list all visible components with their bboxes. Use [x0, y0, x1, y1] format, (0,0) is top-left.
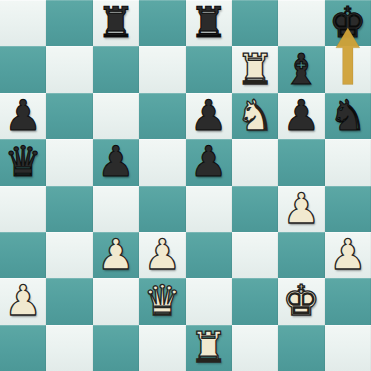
- square-a1[interactable]: [0, 325, 46, 371]
- square-b3[interactable]: [46, 232, 92, 278]
- square-d1[interactable]: [139, 325, 185, 371]
- square-h2[interactable]: [325, 278, 371, 324]
- square-c5[interactable]: ♟: [93, 139, 139, 185]
- square-f7[interactable]: ♜: [232, 46, 278, 92]
- square-f3[interactable]: [232, 232, 278, 278]
- piece-white-rook-f7[interactable]: ♜: [236, 47, 274, 93]
- piece-white-pawn-d3[interactable]: ♟: [143, 232, 181, 278]
- piece-black-pawn-c5[interactable]: ♟: [97, 139, 135, 185]
- piece-black-pawn-e6[interactable]: ♟: [190, 93, 228, 139]
- piece-white-queen-d2[interactable]: ♛: [143, 278, 181, 324]
- square-f6[interactable]: ♞: [232, 93, 278, 139]
- square-f2[interactable]: [232, 278, 278, 324]
- piece-white-knight-f6[interactable]: ♞: [236, 93, 274, 139]
- piece-white-pawn-a2[interactable]: ♟: [4, 278, 42, 324]
- square-g5[interactable]: [278, 139, 324, 185]
- square-h3[interactable]: ♟: [325, 232, 371, 278]
- piece-white-pawn-g4[interactable]: ♟: [283, 186, 321, 232]
- piece-black-king-h8[interactable]: ♚: [329, 0, 367, 46]
- square-c2[interactable]: [93, 278, 139, 324]
- square-d7[interactable]: [139, 46, 185, 92]
- square-e3[interactable]: [186, 232, 232, 278]
- square-g1[interactable]: [278, 325, 324, 371]
- square-c8[interactable]: ♜: [93, 0, 139, 46]
- square-h5[interactable]: [325, 139, 371, 185]
- square-b6[interactable]: [46, 93, 92, 139]
- square-a7[interactable]: [0, 46, 46, 92]
- square-e6[interactable]: ♟: [186, 93, 232, 139]
- piece-white-rook-e1[interactable]: ♜: [190, 325, 228, 371]
- square-b7[interactable]: [46, 46, 92, 92]
- square-b2[interactable]: [46, 278, 92, 324]
- square-d6[interactable]: [139, 93, 185, 139]
- square-h7[interactable]: [325, 46, 371, 92]
- square-e4[interactable]: [186, 186, 232, 232]
- square-f8[interactable]: [232, 0, 278, 46]
- square-b1[interactable]: [46, 325, 92, 371]
- square-a3[interactable]: [0, 232, 46, 278]
- square-f1[interactable]: [232, 325, 278, 371]
- square-e2[interactable]: [186, 278, 232, 324]
- square-d3[interactable]: ♟: [139, 232, 185, 278]
- square-d4[interactable]: [139, 186, 185, 232]
- square-g7[interactable]: ♝: [278, 46, 324, 92]
- square-h4[interactable]: [325, 186, 371, 232]
- chess-board: ♜♜♚♜♝♟♟♞♟♞♛♟♟♟♟♟♟♟♛♚♜: [0, 0, 371, 371]
- board-squares: ♜♜♚♜♝♟♟♞♟♞♛♟♟♟♟♟♟♟♛♚♜: [0, 0, 371, 371]
- square-b4[interactable]: [46, 186, 92, 232]
- square-f4[interactable]: [232, 186, 278, 232]
- square-e7[interactable]: [186, 46, 232, 92]
- square-h6[interactable]: ♞: [325, 93, 371, 139]
- square-c4[interactable]: [93, 186, 139, 232]
- piece-black-queen-a5[interactable]: ♛: [4, 139, 42, 185]
- square-e8[interactable]: ♜: [186, 0, 232, 46]
- piece-black-pawn-g6[interactable]: ♟: [283, 93, 321, 139]
- piece-black-bishop-g7[interactable]: ♝: [283, 47, 321, 93]
- square-h1[interactable]: [325, 325, 371, 371]
- square-a5[interactable]: ♛: [0, 139, 46, 185]
- square-b5[interactable]: [46, 139, 92, 185]
- square-a6[interactable]: ♟: [0, 93, 46, 139]
- square-e1[interactable]: ♜: [186, 325, 232, 371]
- square-f5[interactable]: [232, 139, 278, 185]
- piece-black-pawn-a6[interactable]: ♟: [4, 93, 42, 139]
- piece-white-king-g2[interactable]: ♚: [283, 278, 321, 324]
- square-a8[interactable]: [0, 0, 46, 46]
- square-g6[interactable]: ♟: [278, 93, 324, 139]
- square-c6[interactable]: [93, 93, 139, 139]
- square-g8[interactable]: [278, 0, 324, 46]
- square-g4[interactable]: ♟: [278, 186, 324, 232]
- square-h8[interactable]: ♚: [325, 0, 371, 46]
- square-a4[interactable]: [0, 186, 46, 232]
- piece-black-pawn-e5[interactable]: ♟: [190, 139, 228, 185]
- square-e5[interactable]: ♟: [186, 139, 232, 185]
- square-c1[interactable]: [93, 325, 139, 371]
- square-d5[interactable]: [139, 139, 185, 185]
- square-a2[interactable]: ♟: [0, 278, 46, 324]
- square-d2[interactable]: ♛: [139, 278, 185, 324]
- square-d8[interactable]: [139, 0, 185, 46]
- square-b8[interactable]: [46, 0, 92, 46]
- piece-black-rook-c8[interactable]: ♜: [97, 0, 135, 46]
- piece-black-rook-e8[interactable]: ♜: [190, 0, 228, 46]
- square-c7[interactable]: [93, 46, 139, 92]
- piece-white-pawn-c3[interactable]: ♟: [97, 232, 135, 278]
- square-g2[interactable]: ♚: [278, 278, 324, 324]
- square-c3[interactable]: ♟: [93, 232, 139, 278]
- square-g3[interactable]: [278, 232, 324, 278]
- piece-black-knight-h6[interactable]: ♞: [329, 93, 367, 139]
- piece-white-pawn-h3[interactable]: ♟: [329, 232, 367, 278]
